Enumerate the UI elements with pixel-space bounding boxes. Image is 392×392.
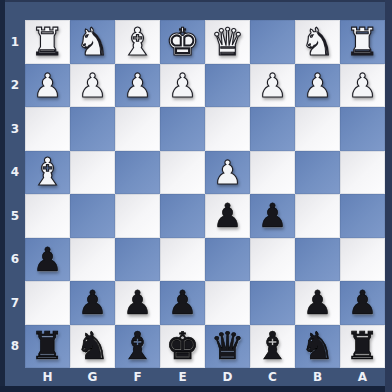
black-pawn-icon: ♟ (348, 286, 378, 319)
square-a5[interactable] (340, 194, 385, 238)
square-h1[interactable]: ♜ (25, 20, 70, 64)
square-d1[interactable]: ♛ (205, 20, 250, 64)
white-pawn-icon: ♟ (348, 69, 378, 102)
square-d6[interactable] (205, 238, 250, 282)
file-label-e: E (160, 368, 205, 386)
square-g5[interactable] (70, 194, 115, 238)
square-e4[interactable] (160, 151, 205, 195)
square-d3[interactable] (205, 107, 250, 151)
square-f2[interactable]: ♟ (115, 64, 160, 108)
square-c1[interactable] (250, 20, 295, 64)
square-h5[interactable] (25, 194, 70, 238)
file-label-f: F (115, 368, 160, 386)
square-d5[interactable]: ♟ (205, 194, 250, 238)
square-e2[interactable]: ♟ (160, 64, 205, 108)
square-a1[interactable]: ♜ (340, 20, 385, 64)
black-queen-icon: ♛ (210, 327, 244, 365)
square-a6[interactable] (340, 238, 385, 282)
square-b7[interactable]: ♟ (295, 281, 340, 325)
black-king-icon: ♚ (165, 327, 199, 365)
rank-label-8: 8 (5, 325, 25, 369)
square-b5[interactable] (295, 194, 340, 238)
square-d4[interactable]: ♟ (205, 151, 250, 195)
rank-label-7: 7 (5, 281, 25, 325)
square-f5[interactable] (115, 194, 160, 238)
square-a8[interactable]: ♜ (340, 325, 385, 369)
square-e5[interactable] (160, 194, 205, 238)
square-c7[interactable] (250, 281, 295, 325)
square-f3[interactable] (115, 107, 160, 151)
board: ♜♞♝♚♛♞♜♟♟♟♟♟♟♟♝♟♟♟♟♟♟♟♟♟♜♞♝♚♛♝♞♜ (25, 20, 385, 368)
square-d7[interactable] (205, 281, 250, 325)
white-knight-icon: ♞ (300, 23, 334, 61)
square-g6[interactable] (70, 238, 115, 282)
black-pawn-icon: ♟ (303, 286, 333, 319)
square-b2[interactable]: ♟ (295, 64, 340, 108)
square-c8[interactable]: ♝ (250, 325, 295, 369)
rank-label-4: 4 (5, 151, 25, 195)
black-pawn-icon: ♟ (78, 286, 108, 319)
square-h6[interactable]: ♟ (25, 238, 70, 282)
square-c4[interactable] (250, 151, 295, 195)
square-g7[interactable]: ♟ (70, 281, 115, 325)
square-b8[interactable]: ♞ (295, 325, 340, 369)
square-e8[interactable]: ♚ (160, 325, 205, 369)
square-e1[interactable]: ♚ (160, 20, 205, 64)
square-d2[interactable] (205, 64, 250, 108)
white-rook-icon: ♜ (30, 23, 64, 61)
square-c5[interactable]: ♟ (250, 194, 295, 238)
square-g1[interactable]: ♞ (70, 20, 115, 64)
square-f8[interactable]: ♝ (115, 325, 160, 369)
rank-label-5: 5 (5, 194, 25, 238)
square-h7[interactable] (25, 281, 70, 325)
square-e6[interactable] (160, 238, 205, 282)
frame-edge-left (0, 0, 5, 392)
black-pawn-icon: ♟ (123, 286, 153, 319)
black-bishop-icon: ♝ (255, 327, 289, 365)
square-c2[interactable]: ♟ (250, 64, 295, 108)
white-pawn-icon: ♟ (258, 69, 288, 102)
black-pawn-icon: ♟ (168, 286, 198, 319)
square-b6[interactable] (295, 238, 340, 282)
white-pawn-icon: ♟ (78, 69, 108, 102)
file-label-c: C (250, 368, 295, 386)
square-f6[interactable] (115, 238, 160, 282)
square-a7[interactable]: ♟ (340, 281, 385, 325)
square-d8[interactable]: ♛ (205, 325, 250, 369)
white-rook-icon: ♜ (345, 23, 379, 61)
white-bishop-icon: ♝ (120, 23, 154, 61)
square-a2[interactable]: ♟ (340, 64, 385, 108)
black-pawn-icon: ♟ (33, 243, 63, 276)
square-g4[interactable] (70, 151, 115, 195)
square-e7[interactable]: ♟ (160, 281, 205, 325)
rank-label-1: 1 (5, 20, 25, 64)
square-g3[interactable] (70, 107, 115, 151)
square-h4[interactable]: ♝ (25, 151, 70, 195)
rank-labels: 12345678 (5, 20, 25, 368)
chess-board-widget: ♜♞♝♚♛♞♜♟♟♟♟♟♟♟♝♟♟♟♟♟♟♟♟♟♜♞♝♚♛♝♞♜ 1234567… (0, 0, 392, 392)
white-pawn-icon: ♟ (213, 156, 243, 189)
square-b1[interactable]: ♞ (295, 20, 340, 64)
file-label-b: B (295, 368, 340, 386)
square-f7[interactable]: ♟ (115, 281, 160, 325)
black-pawn-icon: ♟ (258, 199, 288, 232)
black-bishop-icon: ♝ (120, 327, 154, 365)
square-a3[interactable] (340, 107, 385, 151)
square-e3[interactable] (160, 107, 205, 151)
square-f1[interactable]: ♝ (115, 20, 160, 64)
file-labels: HGFEDCBA (25, 368, 385, 386)
white-pawn-icon: ♟ (123, 69, 153, 102)
black-rook-icon: ♜ (30, 327, 64, 365)
square-c3[interactable] (250, 107, 295, 151)
white-knight-icon: ♞ (75, 23, 109, 61)
rank-label-3: 3 (5, 107, 25, 151)
square-b3[interactable] (295, 107, 340, 151)
black-knight-icon: ♞ (300, 327, 334, 365)
black-rook-icon: ♜ (345, 327, 379, 365)
square-h3[interactable] (25, 107, 70, 151)
white-bishop-icon: ♝ (30, 153, 64, 191)
square-g2[interactable]: ♟ (70, 64, 115, 108)
square-a4[interactable] (340, 151, 385, 195)
square-c6[interactable] (250, 238, 295, 282)
square-b4[interactable] (295, 151, 340, 195)
file-label-d: D (205, 368, 250, 386)
black-pawn-icon: ♟ (213, 199, 243, 232)
square-h8[interactable]: ♜ (25, 325, 70, 369)
square-g8[interactable]: ♞ (70, 325, 115, 369)
frame-edge-bottom (0, 386, 392, 392)
file-label-a: A (340, 368, 385, 386)
white-pawn-icon: ♟ (33, 69, 63, 102)
square-h2[interactable]: ♟ (25, 64, 70, 108)
white-pawn-icon: ♟ (168, 69, 198, 102)
frame-edge-right (385, 0, 392, 392)
square-f4[interactable] (115, 151, 160, 195)
rank-label-6: 6 (5, 238, 25, 282)
white-king-icon: ♚ (165, 23, 199, 61)
rank-label-2: 2 (5, 64, 25, 108)
white-pawn-icon: ♟ (303, 69, 333, 102)
file-label-g: G (70, 368, 115, 386)
white-queen-icon: ♛ (210, 23, 244, 61)
black-knight-icon: ♞ (75, 327, 109, 365)
frame-edge-top (0, 0, 392, 2)
file-label-h: H (25, 368, 70, 386)
